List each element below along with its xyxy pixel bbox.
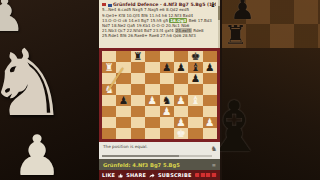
square-c1[interactable] xyxy=(131,128,145,139)
comment-text: The position is equal. xyxy=(103,144,217,149)
square-a4[interactable] xyxy=(102,95,116,106)
square-e3[interactable]: ♟ xyxy=(160,106,174,117)
video-frame: ♟ ♞ ♟ ♟ ♜ ♝ Grünfeld Defence · 4.Nf3 Bg7… xyxy=(0,0,320,180)
pgn-text: Be6 17.Bd3 xyxy=(187,18,211,23)
annotation-scrollbar[interactable] xyxy=(218,0,220,48)
square-h6[interactable] xyxy=(203,73,217,84)
square-c5[interactable] xyxy=(131,84,145,95)
square-e1[interactable] xyxy=(160,128,174,139)
square-d5[interactable] xyxy=(145,84,159,95)
square-c3[interactable] xyxy=(131,106,145,117)
square-h7[interactable]: ♟ xyxy=(203,62,217,73)
piece-white-pawn[interactable]: ♟ xyxy=(148,95,157,105)
piece-white-rook[interactable]: ♜ xyxy=(104,62,113,72)
like-button[interactable]: LIKE xyxy=(102,172,115,178)
annotation-panel[interactable]: Grünfeld Defence · 4.Nf3 Bg7 5.Bg5 (1-0)… xyxy=(99,0,220,48)
square-d8[interactable] xyxy=(145,51,159,62)
subscribe-button[interactable]: SUBSCRIBE xyxy=(158,172,191,178)
piece-black-pawn[interactable]: ♟ xyxy=(205,62,214,72)
piece-black-bishop[interactable]: ♝ xyxy=(191,62,200,72)
horizontal-scroll-thumb[interactable] xyxy=(102,155,179,157)
square-e2[interactable] xyxy=(160,117,174,128)
square-e4[interactable]: ♞ xyxy=(160,95,174,106)
square-g6[interactable]: ♟ xyxy=(188,73,202,84)
square-f3[interactable] xyxy=(174,106,188,117)
square-d1[interactable] xyxy=(145,128,159,139)
square-c8[interactable]: ♜ xyxy=(131,51,145,62)
square-c7[interactable] xyxy=(131,62,145,73)
square-h8[interactable] xyxy=(203,51,217,62)
white-knight-icon: ♞ xyxy=(0,38,68,130)
square-b3[interactable] xyxy=(116,106,130,117)
piece-white-king[interactable]: ♚ xyxy=(176,128,185,138)
subscribe-highlight-bar[interactable] xyxy=(195,173,217,176)
square-g1[interactable] xyxy=(188,128,202,139)
chess-board[interactable]: ♜♚♜♟♟♝♟♟♞♟♟♞♟♝♟♟♟♚ xyxy=(102,51,217,139)
square-a3[interactable] xyxy=(102,106,116,117)
chess-app-strip: Grünfeld Defence · 4.Nf3 Bg7 5.Bg5 (1-0)… xyxy=(99,0,220,180)
black-rook-icon: ♜ xyxy=(224,22,247,48)
square-g2[interactable] xyxy=(188,117,202,128)
square-f8[interactable] xyxy=(174,51,188,62)
annotation-scroll-thumb[interactable] xyxy=(218,6,220,20)
share-arrow-icon[interactable] xyxy=(149,173,155,178)
piece-white-bishop[interactable]: ♝ xyxy=(191,95,200,105)
square-g7[interactable]: ♝ xyxy=(188,62,202,73)
square-f1[interactable]: ♚ xyxy=(174,128,188,139)
square-e8[interactable] xyxy=(160,51,174,62)
square-a2[interactable] xyxy=(102,117,116,128)
thumbs-up-icon[interactable] xyxy=(118,173,123,178)
pgn-line[interactable]: 25.Rde1 Bf6 26.Rxe8+ Rxe8 27.h6 Qd6 28.N… xyxy=(102,33,216,38)
knight-engine-icon[interactable]: ♞ xyxy=(211,145,217,153)
square-g8[interactable]: ♚ xyxy=(188,51,202,62)
square-d7[interactable] xyxy=(145,62,159,73)
square-g4[interactable]: ♝ xyxy=(188,95,202,106)
piece-black-pawn[interactable]: ♟ xyxy=(191,73,200,83)
square-f7[interactable]: ♟ xyxy=(174,62,188,73)
square-h5[interactable] xyxy=(203,84,217,95)
comment-panel[interactable]: The position is equal. ♞ xyxy=(99,142,220,159)
square-f4[interactable]: ♟ xyxy=(174,95,188,106)
square-g5[interactable] xyxy=(188,84,202,95)
piece-black-knight[interactable]: ♞ xyxy=(162,95,171,105)
square-d2[interactable] xyxy=(145,117,159,128)
square-d3[interactable] xyxy=(145,106,159,117)
piece-white-pawn[interactable]: ♟ xyxy=(205,117,214,127)
background-left-wing: ♟ ♞ ♟ xyxy=(0,0,99,180)
square-d4[interactable]: ♟ xyxy=(145,95,159,106)
square-b4[interactable]: ♟ xyxy=(116,95,130,106)
square-d6[interactable] xyxy=(145,73,159,84)
square-c4[interactable] xyxy=(131,95,145,106)
square-e5[interactable] xyxy=(160,84,174,95)
square-f6[interactable] xyxy=(174,73,188,84)
action-bar: LIKE SHARE SUBSCRIBE xyxy=(99,170,220,180)
piece-white-pawn[interactable]: ♟ xyxy=(176,117,185,127)
square-e6[interactable] xyxy=(160,73,174,84)
square-h1[interactable] xyxy=(203,128,217,139)
white-pawn-icon: ♟ xyxy=(12,128,62,180)
square-b8[interactable] xyxy=(116,51,130,62)
square-h3[interactable] xyxy=(203,106,217,117)
square-c2[interactable] xyxy=(131,117,145,128)
caption-bar: Grünfeld: 4.Nf3 Bg7 5.Bg5 ≡ xyxy=(99,159,220,170)
piece-black-king[interactable]: ♚ xyxy=(191,51,200,61)
piece-black-pawn[interactable]: ♟ xyxy=(176,62,185,72)
bishop-thumb-icon: ♝ xyxy=(210,1,216,9)
square-b2[interactable] xyxy=(116,117,130,128)
black-flag-icon xyxy=(108,3,112,7)
square-a7[interactable]: ♜ xyxy=(102,62,116,73)
piece-white-pawn[interactable]: ♟ xyxy=(162,106,171,116)
square-g3[interactable] xyxy=(188,106,202,117)
opening-caption: Grünfeld: 4.Nf3 Bg7 5.Bg5 xyxy=(103,162,212,168)
piece-white-pawn[interactable]: ♟ xyxy=(176,95,185,105)
square-c6[interactable] xyxy=(131,73,145,84)
square-b1[interactable] xyxy=(116,128,130,139)
piece-black-rook[interactable]: ♜ xyxy=(133,51,142,61)
square-e7[interactable]: ♟ xyxy=(160,62,174,73)
horizontal-scrollbar[interactable] xyxy=(102,155,212,157)
square-h2[interactable]: ♟ xyxy=(203,117,217,128)
square-b5[interactable] xyxy=(116,84,130,95)
square-f2[interactable]: ♟ xyxy=(174,117,188,128)
piece-black-pawn[interactable]: ♟ xyxy=(162,62,171,72)
piece-black-pawn[interactable]: ♟ xyxy=(119,95,128,105)
white-flag-icon xyxy=(102,3,106,7)
share-button[interactable]: SHARE xyxy=(126,172,146,178)
square-f5[interactable] xyxy=(174,84,188,95)
square-h4[interactable] xyxy=(203,95,217,106)
board-frame: ♜♚♜♟♟♝♟♟♞♟♟♞♟♝♟♟♟♚ xyxy=(99,48,220,142)
square-a8[interactable] xyxy=(102,51,116,62)
menu-icon[interactable]: ≡ xyxy=(212,162,216,168)
square-a1[interactable] xyxy=(102,128,116,139)
